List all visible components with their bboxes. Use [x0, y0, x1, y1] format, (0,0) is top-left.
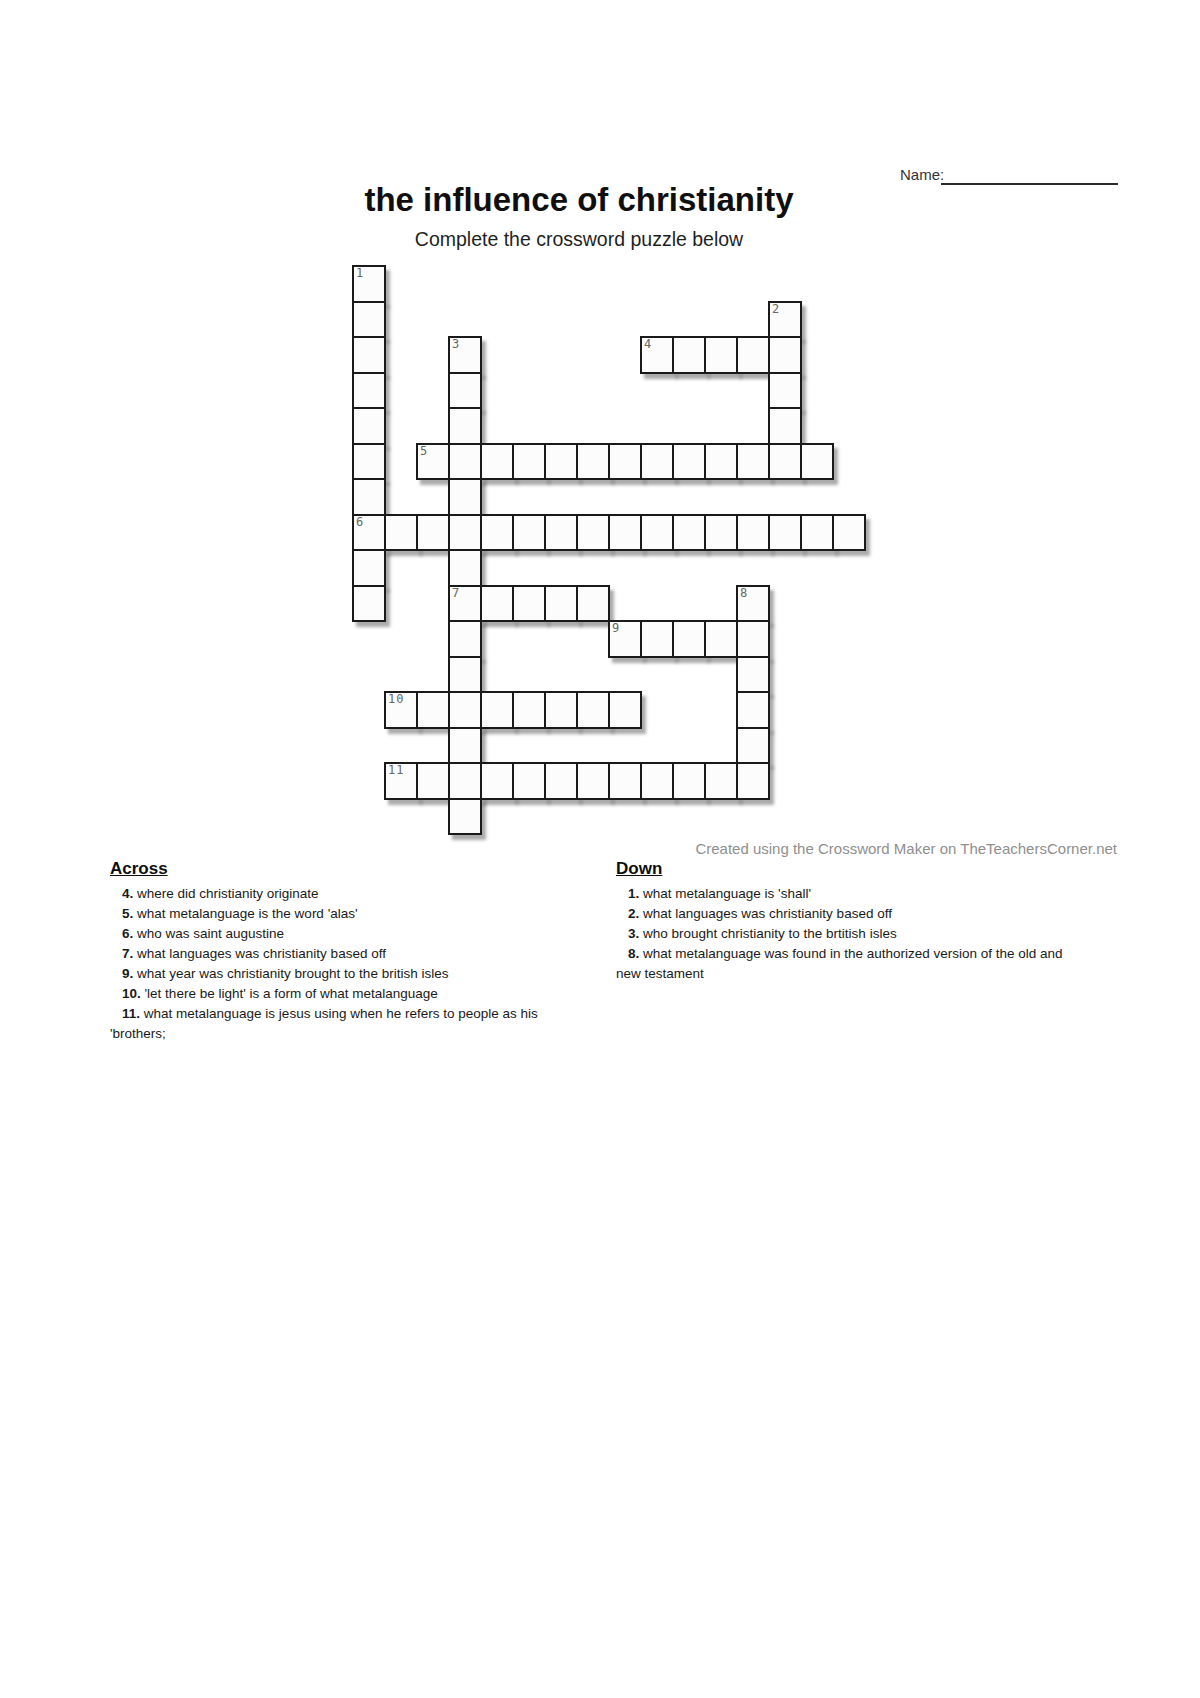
grid-cell-r12-c3[interactable] [448, 691, 482, 729]
across-clue-number-6: 6. [122, 926, 133, 941]
across-clues-section: Across 4. where did christianity origina… [110, 859, 556, 1044]
grid-cell-r5-c9[interactable] [640, 443, 674, 481]
down-clue-number-8: 8. [628, 946, 639, 961]
across-clue-6: 6. who was saint augustine [110, 924, 556, 944]
grid-cell-r5-c8[interactable] [608, 443, 642, 481]
grid-cell-r7-c7[interactable] [576, 514, 610, 552]
grid-cell-r8-c0[interactable] [352, 549, 386, 587]
grid-cell-r3-c13[interactable] [768, 372, 802, 410]
grid-cell-r14-c1[interactable]: 11 [384, 762, 418, 800]
grid-cell-r12-c1[interactable]: 10 [384, 691, 418, 729]
grid-cell-r7-c8[interactable] [608, 514, 642, 552]
grid-cell-r9-c7[interactable] [576, 585, 610, 623]
grid-cell-r14-c9[interactable] [640, 762, 674, 800]
grid-cell-r10-c9[interactable] [640, 620, 674, 658]
crossword-grid: 1234567891011 [352, 265, 868, 837]
across-clue-number-7: 7. [122, 946, 133, 961]
across-clue-number-4: 4. [122, 886, 133, 901]
grid-cell-r2-c3[interactable]: 3 [448, 336, 482, 374]
grid-cell-r11-c12[interactable] [736, 656, 770, 694]
clue-number-label-1: 1 [356, 267, 364, 280]
grid-cell-r2-c13[interactable] [768, 336, 802, 374]
grid-cell-r7-c15[interactable] [832, 514, 866, 552]
grid-cell-r5-c3[interactable] [448, 443, 482, 481]
grid-cell-r7-c4[interactable] [480, 514, 514, 552]
across-clue-list: 4. where did christianity originate5. wh… [110, 884, 556, 1044]
grid-cell-r5-c6[interactable] [544, 443, 578, 481]
grid-cell-r12-c4[interactable] [480, 691, 514, 729]
grid-cell-r0-c0[interactable]: 1 [352, 265, 386, 303]
grid-cell-r7-c9[interactable] [640, 514, 674, 552]
grid-cell-r1-c13[interactable]: 2 [768, 301, 802, 339]
grid-cell-r2-c12[interactable] [736, 336, 770, 374]
grid-cell-r9-c6[interactable] [544, 585, 578, 623]
grid-cell-r3-c0[interactable] [352, 372, 386, 410]
grid-cell-r5-c13[interactable] [768, 443, 802, 481]
grid-cell-r7-c2[interactable] [416, 514, 450, 552]
across-clue-number-10: 10. [122, 986, 141, 1001]
across-clue-7: 7. what languages was christianity based… [110, 944, 556, 964]
grid-cell-r7-c1[interactable] [384, 514, 418, 552]
grid-cell-r14-c4[interactable] [480, 762, 514, 800]
across-clue-5: 5. what metalanguage is the word 'alas' [110, 904, 556, 924]
across-clue-number-11: 11. [122, 1006, 140, 1021]
grid-cell-r14-c6[interactable] [544, 762, 578, 800]
clue-number-label-2: 2 [772, 303, 780, 316]
across-clue-4: 4. where did christianity originate [110, 884, 556, 904]
grid-cell-r3-c3[interactable] [448, 372, 482, 410]
clue-number-label-6: 6 [356, 516, 364, 529]
grid-cell-r15-c3[interactable] [448, 798, 482, 836]
grid-cell-r10-c10[interactable] [672, 620, 706, 658]
grid-cell-r9-c5[interactable] [512, 585, 546, 623]
credit-line: Created using the Crossword Maker on The… [617, 840, 1117, 857]
clue-number-label-7: 7 [452, 587, 460, 600]
grid-cell-r13-c3[interactable] [448, 727, 482, 765]
grid-cell-r14-c11[interactable] [704, 762, 738, 800]
across-clue-number-9: 9. [122, 966, 133, 981]
worksheet-page: Name: the influence of christianity Comp… [0, 0, 1200, 1698]
clue-number-label-4: 4 [644, 338, 652, 351]
grid-cell-r14-c8[interactable] [608, 762, 642, 800]
clue-number-label-8: 8 [740, 587, 748, 600]
down-clue-number-3: 3. [628, 926, 639, 941]
grid-cell-r5-c11[interactable] [704, 443, 738, 481]
grid-cell-r4-c3[interactable] [448, 407, 482, 445]
grid-cell-r10-c8[interactable]: 9 [608, 620, 642, 658]
down-clue-list: 1. what metalanguage is 'shall'2. what l… [616, 884, 1066, 984]
page-subtitle: Complete the crossword puzzle below [40, 228, 1118, 251]
grid-cell-r5-c4[interactable] [480, 443, 514, 481]
grid-cell-r7-c0[interactable]: 6 [352, 514, 386, 552]
grid-cell-r5-c0[interactable] [352, 443, 386, 481]
grid-cell-r10-c12[interactable] [736, 620, 770, 658]
grid-cell-r7-c6[interactable] [544, 514, 578, 552]
down-clues-section: Down 1. what metalanguage is 'shall'2. w… [616, 859, 1066, 984]
down-clue-2: 2. what languages was christianity based… [616, 904, 1066, 924]
grid-cell-r5-c12[interactable] [736, 443, 770, 481]
grid-cell-r2-c0[interactable] [352, 336, 386, 374]
grid-cell-r1-c0[interactable] [352, 301, 386, 339]
grid-cell-r4-c13[interactable] [768, 407, 802, 445]
down-clue-3: 3. who brought christianity to the brtit… [616, 924, 1066, 944]
grid-cell-r7-c12[interactable] [736, 514, 770, 552]
down-clue-number-2: 2. [628, 906, 639, 921]
grid-cell-r2-c10[interactable] [672, 336, 706, 374]
grid-cell-r7-c14[interactable] [800, 514, 834, 552]
grid-cell-r9-c0[interactable] [352, 585, 386, 623]
grid-cell-r12-c8[interactable] [608, 691, 642, 729]
grid-cell-r11-c3[interactable] [448, 656, 482, 694]
clue-number-label-9: 9 [612, 622, 620, 635]
grid-cell-r14-c12[interactable] [736, 762, 770, 800]
grid-cell-r9-c12[interactable]: 8 [736, 585, 770, 623]
across-clue-number-5: 5. [122, 906, 133, 921]
clue-number-label-11: 11 [388, 764, 404, 777]
grid-cell-r13-c12[interactable] [736, 727, 770, 765]
grid-cell-r12-c12[interactable] [736, 691, 770, 729]
grid-cell-r6-c3[interactable] [448, 478, 482, 516]
grid-cell-r14-c2[interactable] [416, 762, 450, 800]
grid-cell-r7-c5[interactable] [512, 514, 546, 552]
grid-cell-r9-c3[interactable]: 7 [448, 585, 482, 623]
grid-cell-r2-c9[interactable]: 4 [640, 336, 674, 374]
across-header: Across [110, 859, 556, 879]
grid-cell-r6-c0[interactable] [352, 478, 386, 516]
grid-cell-r10-c11[interactable] [704, 620, 738, 658]
grid-cell-r12-c6[interactable] [544, 691, 578, 729]
grid-cell-r5-c7[interactable] [576, 443, 610, 481]
grid-cell-r2-c11[interactable] [704, 336, 738, 374]
down-header: Down [616, 859, 1066, 879]
grid-cell-r7-c11[interactable] [704, 514, 738, 552]
grid-cell-r14-c5[interactable] [512, 762, 546, 800]
grid-cell-r10-c3[interactable] [448, 620, 482, 658]
grid-cell-r12-c7[interactable] [576, 691, 610, 729]
down-clue-number-1: 1. [628, 886, 639, 901]
grid-cell-r14-c7[interactable] [576, 762, 610, 800]
grid-cell-r9-c4[interactable] [480, 585, 514, 623]
grid-cell-r5-c5[interactable] [512, 443, 546, 481]
clue-number-label-5: 5 [420, 445, 428, 458]
down-clue-8: 8. what metalanguage was found in the au… [616, 944, 1066, 984]
grid-cell-r7-c10[interactable] [672, 514, 706, 552]
grid-cell-r5-c2[interactable]: 5 [416, 443, 450, 481]
page-title: the influence of christianity [40, 181, 1118, 219]
grid-cell-r7-c13[interactable] [768, 514, 802, 552]
clue-number-label-10: 10 [388, 693, 404, 706]
grid-cell-r14-c3[interactable] [448, 762, 482, 800]
grid-cell-r5-c10[interactable] [672, 443, 706, 481]
grid-cell-r12-c2[interactable] [416, 691, 450, 729]
grid-cell-r5-c14[interactable] [800, 443, 834, 481]
grid-cell-r12-c5[interactable] [512, 691, 546, 729]
across-clue-10: 10. 'let there be light' is a form of wh… [110, 984, 556, 1004]
grid-cell-r14-c10[interactable] [672, 762, 706, 800]
grid-cell-r8-c3[interactable] [448, 549, 482, 587]
grid-cell-r7-c3[interactable] [448, 514, 482, 552]
down-clue-1: 1. what metalanguage is 'shall' [616, 884, 1066, 904]
grid-cell-r4-c0[interactable] [352, 407, 386, 445]
across-clue-9: 9. what year was christianity brought to… [110, 964, 556, 984]
clue-number-label-3: 3 [452, 338, 460, 351]
across-clue-11: 11. what metalanguage is jesus using whe… [110, 1004, 556, 1044]
